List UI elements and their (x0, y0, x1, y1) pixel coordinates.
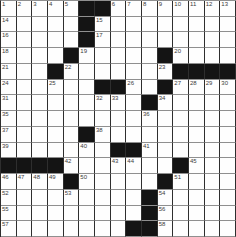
clue-number-6: 6 (112, 1, 115, 8)
clue-number-52: 52 (2, 190, 9, 197)
white-cell-r1-c9[interactable]: 7 (126, 1, 142, 17)
black-cell-r5-c4 (48, 64, 64, 80)
clue-number-35: 35 (2, 111, 9, 118)
white-cell-r1-c4[interactable]: 4 (48, 1, 64, 17)
white-cell-r11-c15[interactable] (220, 158, 236, 174)
clue-number-19: 19 (80, 48, 87, 55)
white-cell-r13-c4[interactable] (48, 190, 64, 206)
white-cell-r8-c3[interactable] (32, 111, 48, 127)
white-cell-r1-c5[interactable]: 5 (64, 1, 80, 17)
white-cell-r2-c13[interactable] (189, 17, 205, 33)
white-cell-r9-c4[interactable] (48, 127, 64, 143)
white-cell-r1-c2[interactable]: 2 (17, 1, 33, 17)
white-cell-r8-c1[interactable]: 35 (1, 111, 17, 127)
black-cell-r11-c4 (48, 158, 64, 174)
white-cell-r10-c1[interactable]: 39 (1, 143, 17, 159)
white-cell-r5-c3[interactable] (32, 64, 48, 80)
clue-number-47: 47 (18, 174, 25, 181)
white-cell-r15-c8[interactable] (111, 221, 127, 237)
white-cell-r2-c10[interactable] (142, 17, 158, 33)
white-cell-r14-c14[interactable] (205, 206, 221, 222)
clue-number-58: 58 (159, 221, 166, 228)
white-cell-r15-c15[interactable] (220, 221, 236, 237)
clue-number-8: 8 (143, 1, 146, 8)
white-cell-r12-c8[interactable] (111, 174, 127, 190)
clue-number-40: 40 (80, 143, 87, 150)
white-cell-r3-c3[interactable] (32, 32, 48, 48)
white-cell-r1-c1[interactable]: 1 (1, 1, 17, 17)
black-cell-r4-c11 (158, 48, 174, 64)
white-cell-r12-c10[interactable] (142, 174, 158, 190)
white-cell-r10-c10[interactable]: 41 (142, 143, 158, 159)
clue-number-39: 39 (2, 143, 9, 150)
white-cell-r6-c13[interactable]: 28 (189, 80, 205, 96)
white-cell-r7-c7[interactable]: 32 (95, 95, 111, 111)
white-cell-r1-c10[interactable]: 8 (142, 1, 158, 17)
white-cell-r14-c5[interactable] (64, 206, 80, 222)
white-cell-r7-c1[interactable]: 31 (1, 95, 17, 111)
white-cell-r13-c6[interactable] (79, 190, 95, 206)
black-cell-r12-c5 (64, 174, 80, 190)
white-cell-r3-c4[interactable] (48, 32, 64, 48)
black-cell-r7-c10 (142, 95, 158, 111)
white-cell-r4-c2[interactable] (17, 48, 33, 64)
white-cell-r14-c13[interactable] (189, 206, 205, 222)
white-cell-r8-c8[interactable] (111, 111, 127, 127)
white-cell-r9-c2[interactable] (17, 127, 33, 143)
white-cell-r7-c8[interactable]: 33 (111, 95, 127, 111)
black-cell-r6-c7 (95, 80, 111, 96)
white-cell-r2-c14[interactable] (205, 17, 221, 33)
white-cell-r11-c8[interactable]: 43 (111, 158, 127, 174)
clue-number-18: 18 (2, 48, 9, 55)
white-cell-r7-c2[interactable] (17, 95, 33, 111)
white-cell-r15-c4[interactable] (48, 221, 64, 237)
white-cell-r10-c12[interactable] (173, 143, 189, 159)
black-cell-r5-c14 (205, 64, 221, 80)
black-cell-r5-c13 (189, 64, 205, 80)
white-cell-r1-c15[interactable]: 13 (220, 1, 236, 17)
white-cell-r15-c13[interactable] (189, 221, 205, 237)
white-cell-r9-c8[interactable] (111, 127, 127, 143)
white-cell-r14-c4[interactable] (48, 206, 64, 222)
white-cell-r14-c12[interactable] (173, 206, 189, 222)
white-cell-r10-c6[interactable]: 40 (79, 143, 95, 159)
clue-number-13: 13 (221, 1, 228, 8)
black-cell-r14-c10 (142, 206, 158, 222)
white-cell-r12-c6[interactable]: 50 (79, 174, 95, 190)
clue-number-57: 57 (2, 221, 9, 228)
white-cell-r15-c3[interactable] (32, 221, 48, 237)
white-cell-r14-c3[interactable] (32, 206, 48, 222)
white-cell-r4-c8[interactable] (111, 48, 127, 64)
white-cell-r12-c4[interactable]: 49 (48, 174, 64, 190)
white-cell-r13-c3[interactable] (32, 190, 48, 206)
white-cell-r3-c9[interactable] (126, 32, 142, 48)
white-cell-r11-c14[interactable] (205, 158, 221, 174)
clue-number-26: 26 (127, 80, 134, 87)
white-cell-r9-c1[interactable]: 37 (1, 127, 17, 143)
clue-number-4: 4 (49, 1, 52, 8)
white-cell-r2-c7[interactable]: 15 (95, 17, 111, 33)
clue-number-43: 43 (112, 158, 119, 165)
white-cell-r15-c14[interactable] (205, 221, 221, 237)
clue-number-23: 23 (159, 64, 166, 71)
white-cell-r10-c5[interactable] (64, 143, 80, 159)
clue-number-9: 9 (159, 1, 162, 8)
white-cell-r4-c3[interactable] (32, 48, 48, 64)
white-cell-r2-c3[interactable] (32, 17, 48, 33)
white-cell-r6-c1[interactable]: 24 (1, 80, 17, 96)
white-cell-r4-c9[interactable] (126, 48, 142, 64)
black-cell-r11-c2 (17, 158, 33, 174)
clue-number-50: 50 (80, 174, 87, 181)
white-cell-r12-c15[interactable] (220, 174, 236, 190)
black-cell-r5-c12 (173, 64, 189, 80)
white-cell-r7-c12[interactable] (173, 95, 189, 111)
white-cell-r8-c13[interactable] (189, 111, 205, 127)
white-cell-r3-c7[interactable]: 17 (95, 32, 111, 48)
white-cell-r9-c14[interactable] (205, 127, 221, 143)
white-cell-r5-c11[interactable]: 23 (158, 64, 174, 80)
clue-number-44: 44 (127, 158, 134, 165)
black-cell-r11-c3 (32, 158, 48, 174)
white-cell-r7-c14[interactable] (205, 95, 221, 111)
white-cell-r9-c13[interactable] (189, 127, 205, 143)
white-cell-r3-c14[interactable] (205, 32, 221, 48)
clue-number-53: 53 (65, 190, 72, 197)
white-cell-r2-c1[interactable]: 14 (1, 17, 17, 33)
clue-number-14: 14 (2, 17, 9, 24)
white-cell-r8-c15[interactable] (220, 111, 236, 127)
black-cell-r9-c6 (79, 127, 95, 143)
white-cell-r13-c14[interactable] (205, 190, 221, 206)
black-cell-r1-c6 (79, 1, 95, 17)
black-cell-r15-c10 (142, 221, 158, 237)
white-cell-r3-c5[interactable] (64, 32, 80, 48)
white-cell-r4-c12[interactable]: 20 (173, 48, 189, 64)
white-cell-r14-c1[interactable]: 55 (1, 206, 17, 222)
white-cell-r3-c2[interactable] (17, 32, 33, 48)
white-cell-r14-c9[interactable] (126, 206, 142, 222)
clue-number-55: 55 (2, 206, 9, 213)
white-cell-r11-c6[interactable] (79, 158, 95, 174)
white-cell-r6-c2[interactable] (17, 80, 33, 96)
white-cell-r6-c10[interactable] (142, 80, 158, 96)
clue-number-28: 28 (190, 80, 197, 87)
white-cell-r9-c10[interactable] (142, 127, 158, 143)
white-cell-r7-c11[interactable]: 34 (158, 95, 174, 111)
white-cell-r4-c7[interactable] (95, 48, 111, 64)
white-cell-r6-c5[interactable] (64, 80, 80, 96)
white-cell-r9-c15[interactable] (220, 127, 236, 143)
white-cell-r13-c7[interactable] (95, 190, 111, 206)
black-cell-r6-c11 (158, 80, 174, 96)
white-cell-r2-c9[interactable] (126, 17, 142, 33)
black-cell-r1-c7 (95, 1, 111, 17)
clue-number-49: 49 (49, 174, 56, 181)
white-cell-r13-c5[interactable]: 53 (64, 190, 80, 206)
white-cell-r15-c2[interactable] (17, 221, 33, 237)
white-cell-r13-c9[interactable] (126, 190, 142, 206)
white-cell-r2-c12[interactable] (173, 17, 189, 33)
clue-number-7: 7 (127, 1, 130, 8)
white-cell-r7-c3[interactable] (32, 95, 48, 111)
white-cell-r3-c15[interactable] (220, 32, 236, 48)
white-cell-r5-c5[interactable]: 22 (64, 64, 80, 80)
black-cell-r11-c1 (1, 158, 17, 174)
white-cell-r7-c13[interactable] (189, 95, 205, 111)
white-cell-r1-c8[interactable]: 6 (111, 1, 127, 17)
clue-number-10: 10 (174, 1, 181, 8)
black-cell-r10-c8 (111, 143, 127, 159)
white-cell-r8-c14[interactable] (205, 111, 221, 127)
white-cell-r14-c8[interactable] (111, 206, 127, 222)
white-cell-r1-c11[interactable]: 9 (158, 1, 174, 17)
white-cell-r14-c2[interactable] (17, 206, 33, 222)
white-cell-r5-c1[interactable]: 21 (1, 64, 17, 80)
white-cell-r9-c3[interactable] (32, 127, 48, 143)
white-cell-r4-c15[interactable] (220, 48, 236, 64)
clue-number-31: 31 (2, 95, 9, 102)
white-cell-r14-c6[interactable] (79, 206, 95, 222)
clue-number-36: 36 (143, 111, 150, 118)
white-cell-r13-c1[interactable]: 52 (1, 190, 17, 206)
white-cell-r10-c14[interactable] (205, 143, 221, 159)
white-cell-r15-c11[interactable]: 58 (158, 221, 174, 237)
white-cell-r14-c15[interactable] (220, 206, 236, 222)
clue-number-34: 34 (159, 95, 166, 102)
white-cell-r6-c6[interactable] (79, 80, 95, 96)
white-cell-r13-c13[interactable] (189, 190, 205, 206)
clue-number-51: 51 (174, 174, 181, 181)
white-cell-r8-c6[interactable] (79, 111, 95, 127)
white-cell-r4-c1[interactable]: 18 (1, 48, 17, 64)
black-cell-r2-c6 (79, 17, 95, 33)
clue-number-12: 12 (206, 1, 213, 8)
white-cell-r8-c5[interactable] (64, 111, 80, 127)
clue-number-11: 11 (190, 1, 196, 8)
clue-number-45: 45 (190, 158, 197, 165)
white-cell-r1-c12[interactable]: 10 (173, 1, 189, 17)
white-cell-r1-c14[interactable]: 12 (205, 1, 221, 17)
black-cell-r15-c9 (126, 221, 142, 237)
white-cell-r11-c7[interactable] (95, 158, 111, 174)
black-cell-r13-c10 (142, 190, 158, 206)
clue-number-42: 42 (65, 158, 72, 165)
white-cell-r4-c10[interactable] (142, 48, 158, 64)
white-cell-r7-c6[interactable] (79, 95, 95, 111)
white-cell-r9-c9[interactable] (126, 127, 142, 143)
white-cell-r11-c5[interactable]: 42 (64, 158, 80, 174)
white-cell-r5-c6[interactable] (79, 64, 95, 80)
white-cell-r5-c2[interactable] (17, 64, 33, 80)
clue-number-21: 21 (2, 64, 9, 71)
white-cell-r2-c11[interactable] (158, 17, 174, 33)
white-cell-r5-c9[interactable] (126, 64, 142, 80)
white-cell-r6-c12[interactable]: 27 (173, 80, 189, 96)
black-cell-r4-c5 (64, 48, 80, 64)
clue-number-22: 22 (65, 64, 72, 71)
clue-number-30: 30 (221, 80, 228, 87)
clue-number-54: 54 (159, 190, 166, 197)
white-cell-r11-c10[interactable] (142, 158, 158, 174)
white-cell-r13-c2[interactable] (17, 190, 33, 206)
black-cell-r10-c9 (126, 143, 142, 159)
clue-number-5: 5 (65, 1, 68, 8)
clue-number-17: 17 (96, 32, 103, 39)
black-cell-r12-c11 (158, 174, 174, 190)
white-cell-r10-c3[interactable] (32, 143, 48, 159)
clue-number-33: 33 (112, 95, 119, 102)
white-cell-r2-c4[interactable] (48, 17, 64, 33)
black-cell-r6-c8 (111, 80, 127, 96)
clue-number-24: 24 (2, 80, 9, 87)
clue-number-27: 27 (174, 80, 181, 87)
white-cell-r6-c14[interactable]: 29 (205, 80, 221, 96)
white-cell-r10-c15[interactable] (220, 143, 236, 159)
white-cell-r12-c14[interactable] (205, 174, 221, 190)
white-cell-r3-c1[interactable]: 16 (1, 32, 17, 48)
white-cell-r6-c15[interactable]: 30 (220, 80, 236, 96)
white-cell-r6-c3[interactable] (32, 80, 48, 96)
clue-number-48: 48 (33, 174, 40, 181)
white-cell-r8-c4[interactable] (48, 111, 64, 127)
white-cell-r15-c12[interactable] (173, 221, 189, 237)
white-cell-r6-c9[interactable]: 26 (126, 80, 142, 96)
white-cell-r9-c12[interactable] (173, 127, 189, 143)
white-cell-r12-c12[interactable]: 51 (173, 174, 189, 190)
white-cell-r11-c13[interactable]: 45 (189, 158, 205, 174)
white-cell-r12-c1[interactable]: 46 (1, 174, 17, 190)
white-cell-r8-c12[interactable] (173, 111, 189, 127)
white-cell-r8-c11[interactable] (158, 111, 174, 127)
white-cell-r3-c8[interactable] (111, 32, 127, 48)
clue-number-29: 29 (206, 80, 213, 87)
white-cell-r12-c2[interactable]: 47 (17, 174, 33, 190)
white-cell-r2-c5[interactable] (64, 17, 80, 33)
white-cell-r10-c7[interactable] (95, 143, 111, 159)
white-cell-r14-c11[interactable]: 56 (158, 206, 174, 222)
white-cell-r13-c8[interactable] (111, 190, 127, 206)
white-cell-r4-c6[interactable]: 19 (79, 48, 95, 64)
white-cell-r7-c5[interactable] (64, 95, 80, 111)
black-cell-r3-c6 (79, 32, 95, 48)
white-cell-r13-c11[interactable]: 54 (158, 190, 174, 206)
clue-number-38: 38 (96, 127, 103, 134)
white-cell-r15-c6[interactable] (79, 221, 95, 237)
white-cell-r5-c10[interactable] (142, 64, 158, 80)
white-cell-r7-c9[interactable] (126, 95, 142, 111)
white-cell-r2-c15[interactable] (220, 17, 236, 33)
clue-number-32: 32 (96, 95, 103, 102)
white-cell-r10-c4[interactable] (48, 143, 64, 159)
white-cell-r6-c4[interactable]: 25 (48, 80, 64, 96)
white-cell-r15-c1[interactable]: 57 (1, 221, 17, 237)
clue-number-20: 20 (174, 48, 181, 55)
white-cell-r10-c13[interactable] (189, 143, 205, 159)
white-cell-r11-c11[interactable] (158, 158, 174, 174)
white-cell-r3-c10[interactable] (142, 32, 158, 48)
white-cell-r1-c13[interactable]: 11 (189, 1, 205, 17)
white-cell-r4-c14[interactable] (205, 48, 221, 64)
white-cell-r7-c4[interactable] (48, 95, 64, 111)
white-cell-r14-c7[interactable] (95, 206, 111, 222)
white-cell-r12-c3[interactable]: 48 (32, 174, 48, 190)
white-cell-r3-c13[interactable] (189, 32, 205, 48)
white-cell-r13-c12[interactable] (173, 190, 189, 206)
white-cell-r3-c12[interactable] (173, 32, 189, 48)
clue-number-41: 41 (143, 143, 150, 150)
clue-number-15: 15 (96, 17, 103, 24)
white-cell-r5-c7[interactable] (95, 64, 111, 80)
white-cell-r13-c15[interactable] (220, 190, 236, 206)
clue-number-56: 56 (159, 206, 166, 213)
clue-number-3: 3 (33, 1, 36, 8)
white-cell-r10-c2[interactable] (17, 143, 33, 159)
white-cell-r15-c5[interactable] (64, 221, 80, 237)
white-cell-r8-c9[interactable] (126, 111, 142, 127)
white-cell-r15-c7[interactable] (95, 221, 111, 237)
white-cell-r9-c11[interactable] (158, 127, 174, 143)
white-cell-r8-c2[interactable] (17, 111, 33, 127)
clue-number-46: 46 (2, 174, 9, 181)
clue-number-1: 1 (2, 1, 5, 8)
crossword-board: 1234567891011121314151617181920212223242… (0, 0, 236, 237)
white-cell-r1-c3[interactable]: 3 (32, 1, 48, 17)
clue-number-37: 37 (2, 127, 9, 134)
white-cell-r12-c9[interactable] (126, 174, 142, 190)
white-cell-r9-c5[interactable] (64, 127, 80, 143)
white-cell-r12-c7[interactable] (95, 174, 111, 190)
white-cell-r8-c10[interactable]: 36 (142, 111, 158, 127)
white-cell-r11-c9[interactable]: 44 (126, 158, 142, 174)
white-cell-r4-c4[interactable] (48, 48, 64, 64)
clue-number-25: 25 (49, 80, 56, 87)
white-cell-r8-c7[interactable] (95, 111, 111, 127)
black-cell-r11-c12 (173, 158, 189, 174)
white-cell-r5-c8[interactable] (111, 64, 127, 80)
black-cell-r5-c15 (220, 64, 236, 80)
white-cell-r10-c11[interactable] (158, 143, 174, 159)
clue-number-2: 2 (18, 1, 21, 8)
white-cell-r3-c11[interactable] (158, 32, 174, 48)
clue-number-16: 16 (2, 32, 9, 39)
white-cell-r7-c15[interactable] (220, 95, 236, 111)
white-cell-r2-c8[interactable] (111, 17, 127, 33)
white-cell-r12-c13[interactable] (189, 174, 205, 190)
white-cell-r4-c13[interactable] (189, 48, 205, 64)
white-cell-r9-c7[interactable]: 38 (95, 127, 111, 143)
white-cell-r2-c2[interactable] (17, 17, 33, 33)
